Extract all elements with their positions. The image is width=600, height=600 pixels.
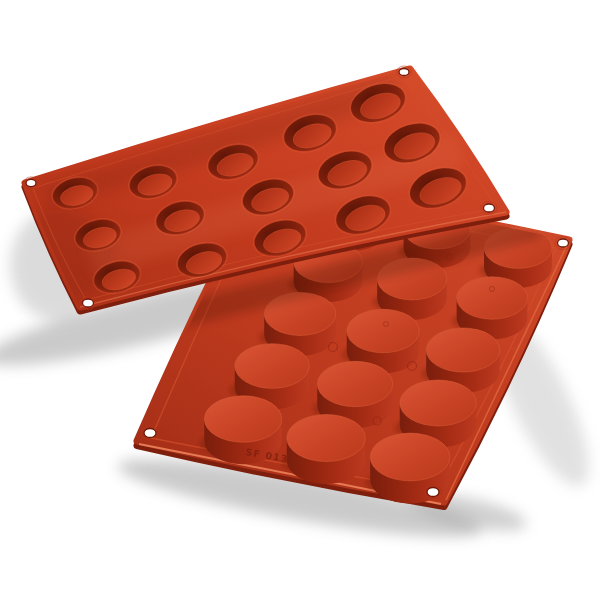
mold-bump <box>287 414 366 461</box>
mold-bump <box>235 344 309 389</box>
hanging-hole <box>484 204 495 212</box>
mold-bump <box>204 396 281 442</box>
hanging-hole <box>26 179 36 186</box>
hanging-hole <box>558 239 569 247</box>
mold-bump <box>426 328 500 372</box>
hanging-hole <box>83 299 94 307</box>
hanging-hole <box>144 429 156 438</box>
hanging-hole <box>427 488 439 497</box>
mold-bump <box>400 380 477 426</box>
hanging-hole <box>399 69 409 76</box>
mold-bump <box>457 277 528 319</box>
mold-bump <box>317 361 393 406</box>
product-photo-canvas: SF 013 <box>0 0 600 600</box>
mold-bump <box>347 309 420 353</box>
scene-svg: SF 013 <box>0 0 600 600</box>
mold-bump <box>370 433 450 481</box>
